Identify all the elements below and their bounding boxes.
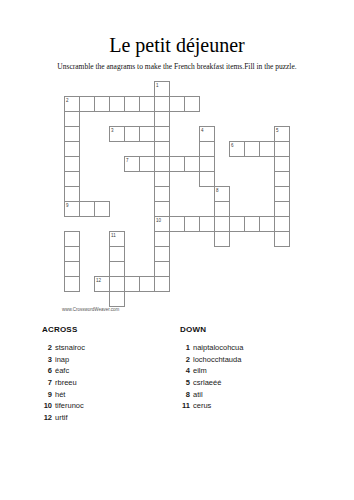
grid-cell-r3c6[interactable] bbox=[154, 126, 170, 142]
grid-cell-r10c0[interactable] bbox=[64, 231, 80, 247]
grid-cell-r10c14[interactable] bbox=[274, 231, 290, 247]
grid-cell-r9c14[interactable] bbox=[274, 216, 290, 232]
page-title: Le petit déjeuner bbox=[0, 34, 354, 57]
grid-cell-r4c12[interactable] bbox=[244, 141, 260, 157]
grid-cell-r13c2[interactable]: 12 bbox=[94, 276, 110, 292]
grid-cell-r9c10[interactable] bbox=[214, 216, 230, 232]
grid-cell-r12c0[interactable] bbox=[64, 261, 80, 277]
grid-cell-r5c5[interactable] bbox=[139, 156, 155, 172]
clue-item: 4eilm bbox=[180, 366, 243, 378]
clue-anagram-text: naiptalocohcua bbox=[193, 343, 243, 352]
clue-number: 2 bbox=[42, 343, 52, 352]
grid-cell-r4c11[interactable]: 6 bbox=[229, 141, 245, 157]
grid-cell-r12c3[interactable] bbox=[109, 261, 125, 277]
down-header: DOWN bbox=[180, 325, 243, 334]
clue-number: 4 bbox=[180, 366, 190, 375]
grid-cell-r4c6[interactable] bbox=[154, 141, 170, 157]
clue-item: 8atil bbox=[180, 390, 243, 402]
grid-cell-r3c5[interactable] bbox=[139, 126, 155, 142]
down-clue-list: 1naiptalocohcua2lochocchtauda4eilm5csrla… bbox=[180, 343, 243, 413]
clue-item: 2stsnairoc bbox=[42, 343, 85, 355]
grid-cell-r10c10[interactable] bbox=[214, 231, 230, 247]
grid-cell-r8c10[interactable] bbox=[214, 201, 230, 217]
cell-number: 6 bbox=[231, 143, 234, 148]
grid-cell-r9c8[interactable] bbox=[184, 216, 200, 232]
clue-anagram-text: hét bbox=[55, 390, 65, 399]
grid-cell-r2c6[interactable] bbox=[154, 111, 170, 127]
grid-cell-r8c6[interactable] bbox=[154, 201, 170, 217]
clue-item: 3inap bbox=[42, 355, 85, 367]
grid-cell-r0c6[interactable]: 1 bbox=[154, 81, 170, 97]
clue-number: 2 bbox=[180, 355, 190, 364]
grid-cell-r9c7[interactable] bbox=[169, 216, 185, 232]
crossword-grid: 123456789101112 bbox=[64, 81, 290, 307]
clue-anagram-text: stsnairoc bbox=[55, 343, 85, 352]
clue-anagram-text: csrlaeéé bbox=[193, 378, 221, 387]
grid-cell-r5c0[interactable] bbox=[64, 156, 80, 172]
cell-number: 2 bbox=[66, 98, 69, 103]
clue-anagram-text: eilm bbox=[193, 366, 207, 375]
across-header: ACROSS bbox=[42, 325, 85, 334]
grid-cell-r1c7[interactable] bbox=[169, 96, 185, 112]
grid-cell-r5c7[interactable] bbox=[169, 156, 185, 172]
grid-cell-r1c8[interactable] bbox=[184, 96, 200, 112]
grid-cell-r6c14[interactable] bbox=[274, 171, 290, 187]
grid-cell-r7c6[interactable] bbox=[154, 186, 170, 202]
grid-cell-r4c14[interactable] bbox=[274, 141, 290, 157]
grid-cell-r1c6[interactable] bbox=[154, 96, 170, 112]
grid-cell-r9c11[interactable] bbox=[229, 216, 245, 232]
cell-number: 5 bbox=[276, 128, 279, 133]
grid-cell-r6c9[interactable] bbox=[199, 171, 215, 187]
grid-cell-r5c14[interactable] bbox=[274, 156, 290, 172]
clue-number: 3 bbox=[42, 355, 52, 364]
grid-cell-r1c1[interactable] bbox=[79, 96, 95, 112]
across-clues-section: ACROSS 2stsnairoc3inap6éafc7rbreeu9hét10… bbox=[42, 325, 85, 425]
clue-item: 9hét bbox=[42, 390, 85, 402]
grid-cell-r11c6[interactable] bbox=[154, 246, 170, 262]
across-clue-list: 2stsnairoc3inap6éafc7rbreeu9hét10tiferun… bbox=[42, 343, 85, 425]
clue-number: 10 bbox=[42, 401, 52, 410]
clue-number: 8 bbox=[180, 390, 190, 399]
page-subtitle: Unscramble the anagrams to make the Fren… bbox=[0, 62, 354, 71]
grid-cell-r13c6[interactable] bbox=[154, 276, 170, 292]
grid-cell-r3c3[interactable]: 3 bbox=[109, 126, 125, 142]
clue-number: 6 bbox=[42, 366, 52, 375]
cell-number: 9 bbox=[66, 203, 69, 208]
grid-cell-r5c9[interactable] bbox=[199, 156, 215, 172]
grid-cell-r3c9[interactable]: 4 bbox=[199, 126, 215, 142]
cell-number: 7 bbox=[126, 158, 129, 163]
cell-number: 8 bbox=[216, 188, 219, 193]
grid-cell-r13c3[interactable] bbox=[109, 276, 125, 292]
grid-cell-r9c12[interactable] bbox=[244, 216, 260, 232]
clue-number: 7 bbox=[42, 378, 52, 387]
grid-cell-r1c3[interactable] bbox=[109, 96, 125, 112]
clue-number: 1 bbox=[180, 343, 190, 352]
clue-number: 12 bbox=[42, 413, 52, 422]
grid-cell-r3c4[interactable] bbox=[124, 126, 140, 142]
cell-number: 1 bbox=[156, 83, 159, 88]
grid-cell-r8c14[interactable] bbox=[274, 201, 290, 217]
grid-cell-r13c0[interactable] bbox=[64, 276, 80, 292]
grid-cell-r13c5[interactable] bbox=[139, 276, 155, 292]
clue-anagram-text: atil bbox=[193, 390, 203, 399]
grid-cell-r7c14[interactable] bbox=[274, 186, 290, 202]
cell-number: 10 bbox=[156, 218, 161, 223]
clue-anagram-text: inap bbox=[55, 355, 69, 364]
clue-item: 2lochocchtauda bbox=[180, 355, 243, 367]
clue-anagram-text: cerus bbox=[193, 401, 211, 410]
clue-anagram-text: tiferunoc bbox=[55, 401, 84, 410]
clue-item: 12urtif bbox=[42, 413, 85, 425]
clue-number: 5 bbox=[180, 378, 190, 387]
clue-item: 1naiptalocohcua bbox=[180, 343, 243, 355]
grid-cell-r1c0[interactable]: 2 bbox=[64, 96, 80, 112]
grid-cell-r12c6[interactable] bbox=[154, 261, 170, 277]
grid-cell-r10c6[interactable] bbox=[154, 231, 170, 247]
grid-cell-r5c4[interactable]: 7 bbox=[124, 156, 140, 172]
grid-cell-r10c3[interactable]: 11 bbox=[109, 231, 125, 247]
clue-number: 9 bbox=[42, 390, 52, 399]
cell-number: 4 bbox=[201, 128, 204, 133]
grid-cell-r7c10[interactable]: 8 bbox=[214, 186, 230, 202]
grid-cell-r2c0[interactable] bbox=[64, 111, 80, 127]
grid-cell-r5c8[interactable] bbox=[184, 156, 200, 172]
grid-cell-r5c6[interactable] bbox=[154, 156, 170, 172]
grid-cell-r14c3[interactable] bbox=[109, 291, 125, 307]
grid-cell-r6c0[interactable] bbox=[64, 171, 80, 187]
cell-number: 12 bbox=[96, 278, 101, 283]
grid-cell-r1c4[interactable] bbox=[124, 96, 140, 112]
clue-item: 6éafc bbox=[42, 366, 85, 378]
clue-item: 10tiferunoc bbox=[42, 401, 85, 413]
down-clues-section: DOWN 1naiptalocohcua2lochocchtauda4eilm5… bbox=[180, 325, 243, 413]
grid-cell-r7c0[interactable] bbox=[64, 186, 80, 202]
grid-cell-r9c13[interactable] bbox=[259, 216, 275, 232]
grid-cell-r13c4[interactable] bbox=[124, 276, 140, 292]
clue-anagram-text: rbreeu bbox=[55, 378, 77, 387]
grid-cell-r3c14[interactable]: 5 bbox=[274, 126, 290, 142]
grid-cell-r8c2[interactable] bbox=[94, 201, 110, 217]
clue-item: 11cerus bbox=[180, 401, 243, 413]
grid-cell-r11c3[interactable] bbox=[109, 246, 125, 262]
grid-cell-r9c9[interactable] bbox=[199, 216, 215, 232]
clue-item: 7rbreeu bbox=[42, 378, 85, 390]
grid-cell-r8c1[interactable] bbox=[79, 201, 95, 217]
watermark-text: www.CrosswordWeaver.com bbox=[62, 307, 119, 312]
clue-anagram-text: urtif bbox=[55, 413, 68, 422]
clue-item: 5csrlaeéé bbox=[180, 378, 243, 390]
grid-cell-r4c0[interactable] bbox=[64, 141, 80, 157]
grid-cell-r4c9[interactable] bbox=[199, 141, 215, 157]
clue-number: 11 bbox=[180, 401, 190, 410]
grid-cell-r9c6[interactable]: 10 bbox=[154, 216, 170, 232]
grid-cell-r4c13[interactable] bbox=[259, 141, 275, 157]
cell-number: 11 bbox=[111, 233, 116, 238]
puzzle-sheet: Le petit déjeuner Unscramble the anagram… bbox=[0, 0, 354, 500]
grid-cell-r1c2[interactable] bbox=[94, 96, 110, 112]
cell-number: 3 bbox=[111, 128, 114, 133]
clue-anagram-text: lochocchtauda bbox=[193, 355, 241, 364]
grid-cell-r1c5[interactable] bbox=[139, 96, 155, 112]
grid-cell-r6c6[interactable] bbox=[154, 171, 170, 187]
grid-cell-r8c0[interactable]: 9 bbox=[64, 201, 80, 217]
grid-cell-r3c0[interactable] bbox=[64, 126, 80, 142]
grid-cell-r11c0[interactable] bbox=[64, 246, 80, 262]
clue-anagram-text: éafc bbox=[55, 366, 69, 375]
